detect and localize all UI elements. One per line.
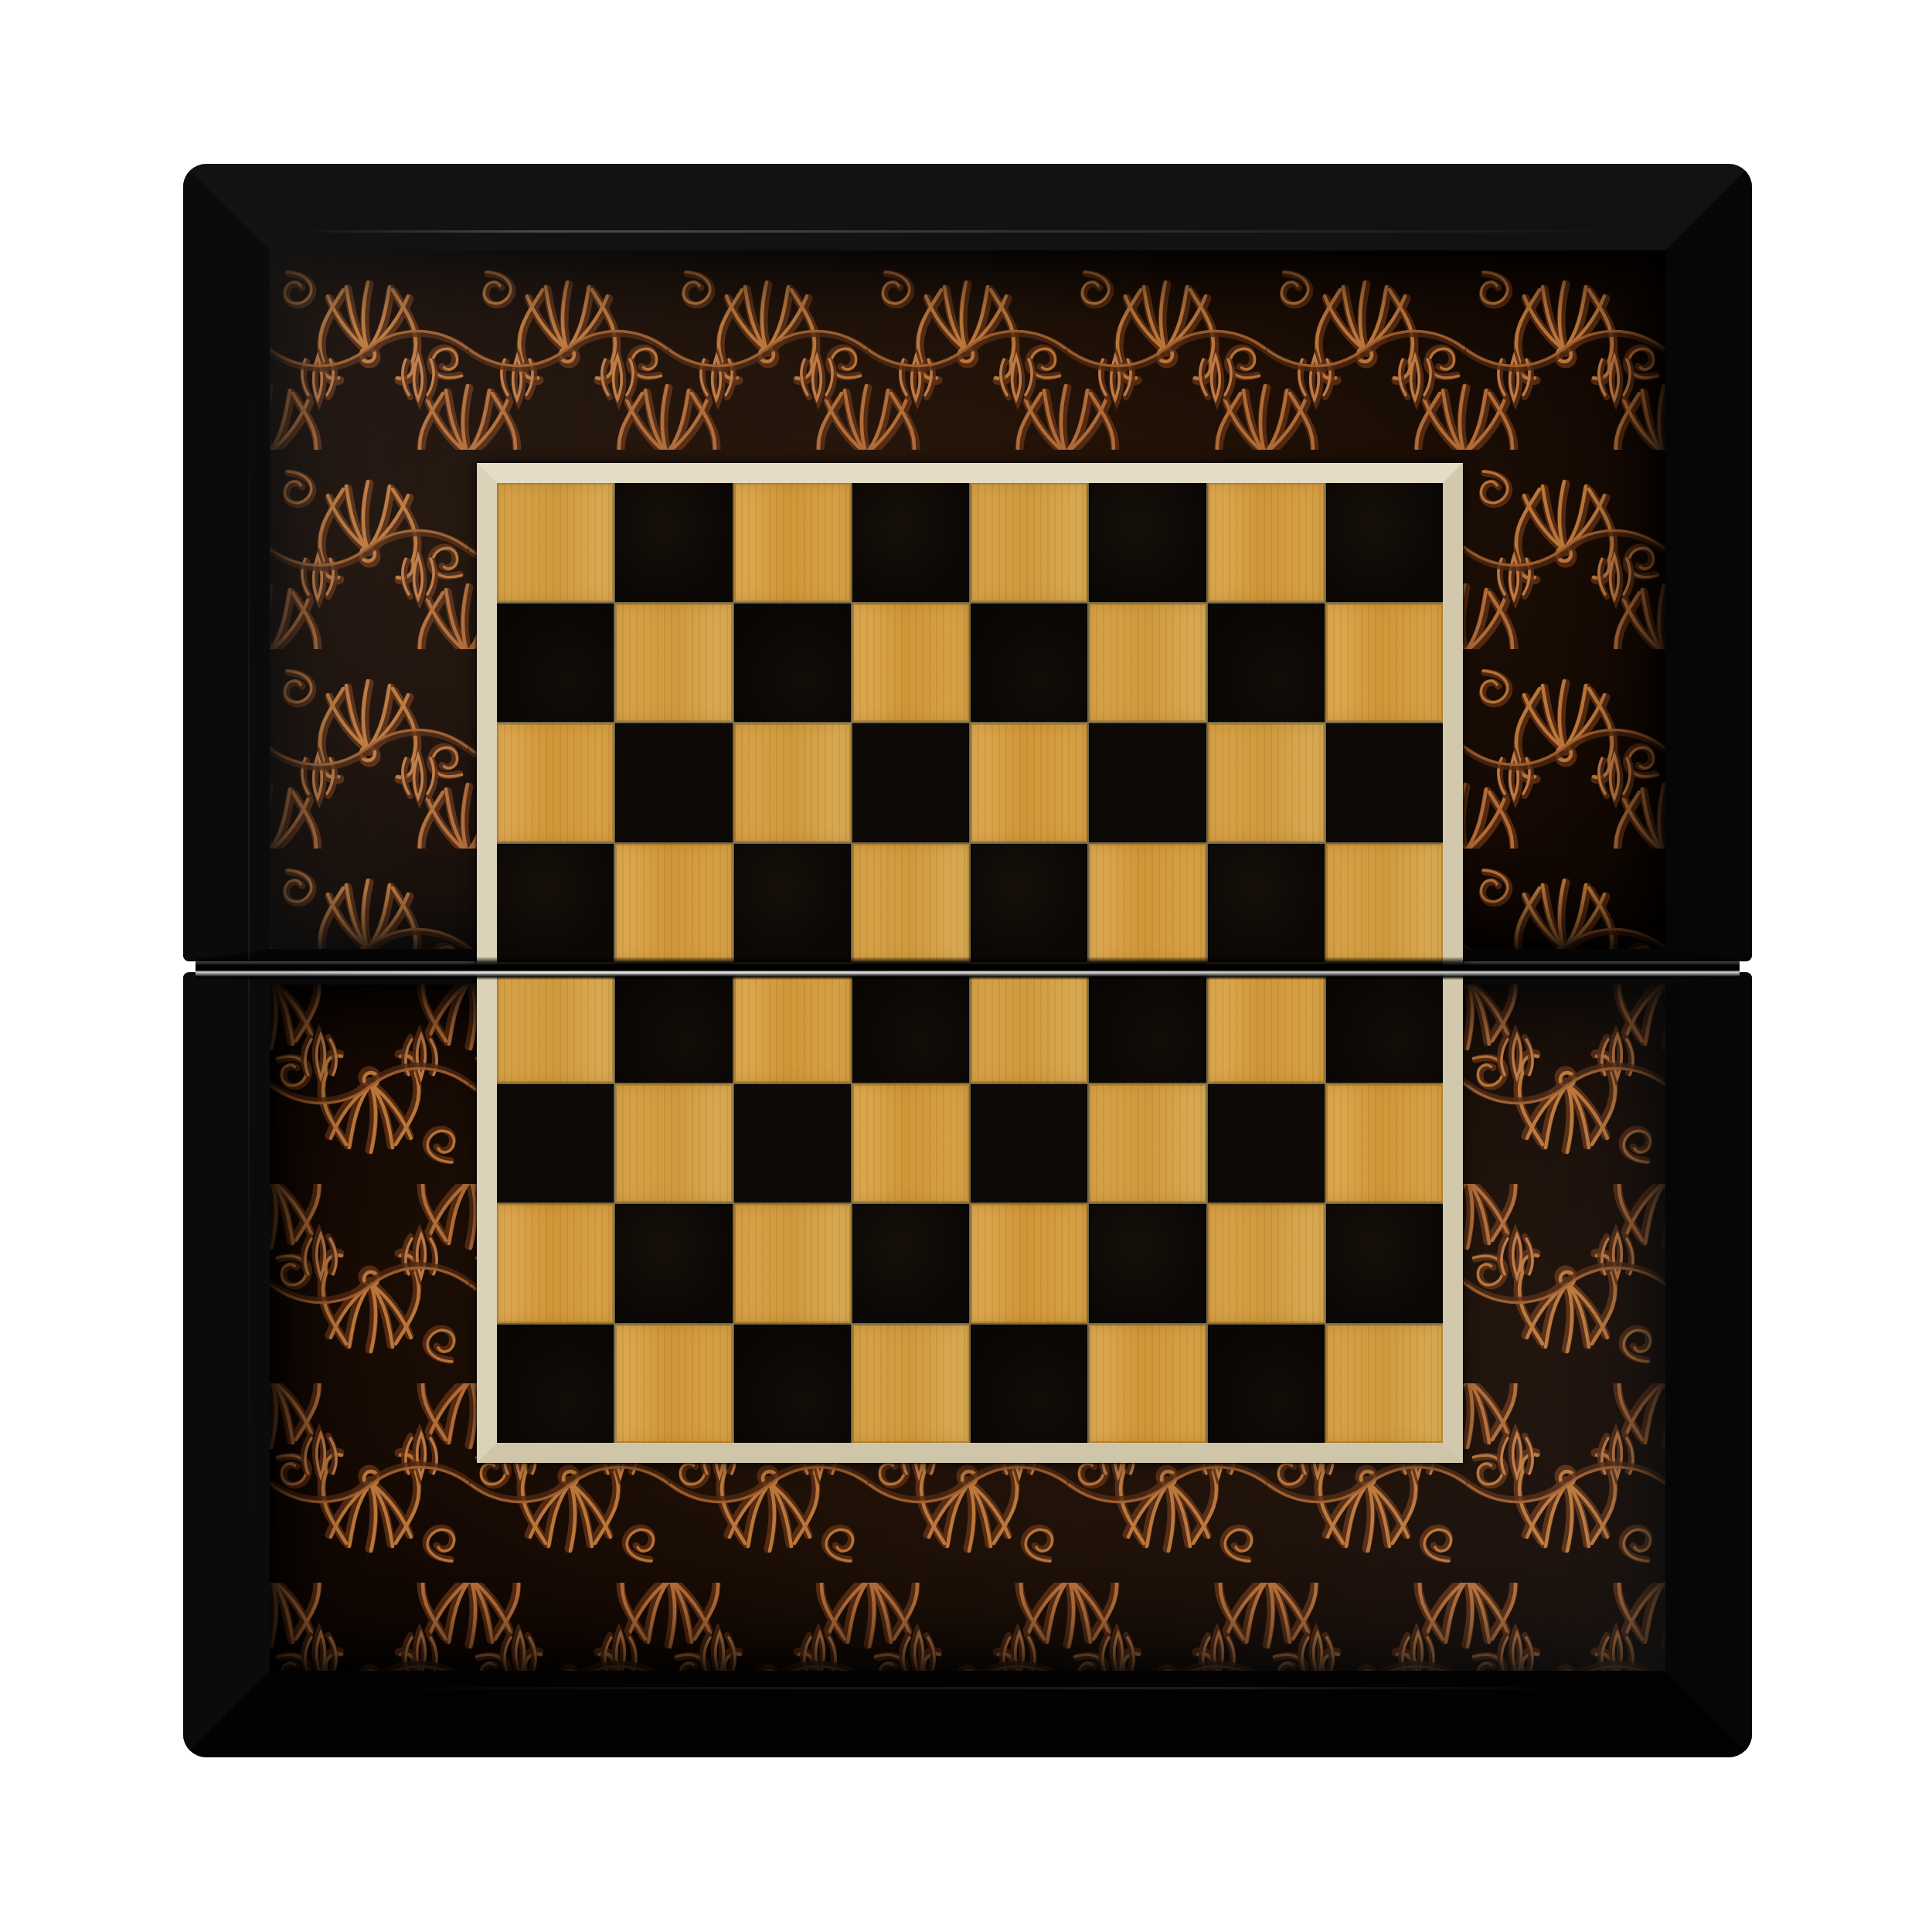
square-a8 [497, 483, 614, 602]
square-g7 [1208, 604, 1325, 723]
square-h2 [1326, 1204, 1443, 1323]
square-h1 [1326, 1325, 1443, 1444]
square-e2 [971, 1204, 1087, 1323]
square-b3 [615, 1084, 732, 1203]
square-d5 [852, 844, 969, 963]
square-g5 [1208, 844, 1325, 963]
square-d8 [852, 483, 969, 602]
square-d6 [852, 723, 969, 842]
square-f4 [1089, 964, 1206, 1083]
square-a7 [497, 604, 614, 723]
square-a5 [497, 844, 614, 963]
square-c2 [734, 1204, 851, 1323]
square-e6 [971, 723, 1087, 842]
square-f3 [1089, 1084, 1206, 1203]
square-h5 [1326, 844, 1443, 963]
square-c8 [734, 483, 851, 602]
square-b2 [615, 1204, 732, 1323]
square-e1 [971, 1325, 1087, 1444]
square-e3 [971, 1084, 1087, 1203]
square-b4 [615, 964, 732, 1083]
square-b6 [615, 723, 732, 842]
square-e5 [971, 844, 1087, 963]
square-e4 [971, 964, 1087, 1083]
square-h8 [1326, 483, 1443, 602]
square-c1 [734, 1325, 851, 1444]
square-a1 [497, 1325, 614, 1444]
square-d4 [852, 964, 969, 1083]
square-e8 [971, 483, 1087, 602]
square-b5 [615, 844, 732, 963]
square-c4 [734, 964, 851, 1083]
square-c5 [734, 844, 851, 963]
square-a4 [497, 964, 614, 1083]
square-f1 [1089, 1325, 1206, 1444]
square-c3 [734, 1084, 851, 1203]
square-a3 [497, 1084, 614, 1203]
square-f8 [1089, 483, 1206, 602]
square-d3 [852, 1084, 969, 1203]
square-g8 [1208, 483, 1325, 602]
square-f7 [1089, 604, 1206, 723]
square-f5 [1089, 844, 1206, 963]
square-d2 [852, 1204, 969, 1323]
square-a2 [497, 1204, 614, 1323]
square-g2 [1208, 1204, 1325, 1323]
square-f6 [1089, 723, 1206, 842]
square-g3 [1208, 1084, 1325, 1203]
folding-chess-board [183, 164, 1752, 1757]
square-e7 [971, 604, 1087, 723]
square-g1 [1208, 1325, 1325, 1444]
square-d7 [852, 604, 969, 723]
square-c7 [734, 604, 851, 723]
square-c6 [734, 723, 851, 842]
square-h7 [1326, 604, 1443, 723]
square-h3 [1326, 1084, 1443, 1203]
square-f2 [1089, 1204, 1206, 1323]
square-g6 [1208, 723, 1325, 842]
square-h6 [1326, 723, 1443, 842]
square-b7 [615, 604, 732, 723]
fold-seam [196, 957, 1740, 980]
square-d1 [852, 1325, 969, 1444]
square-b8 [615, 483, 732, 602]
square-h4 [1326, 964, 1443, 1083]
product-photo-stage [0, 0, 1932, 1932]
square-g4 [1208, 964, 1325, 1083]
square-b1 [615, 1325, 732, 1444]
square-a6 [497, 723, 614, 842]
